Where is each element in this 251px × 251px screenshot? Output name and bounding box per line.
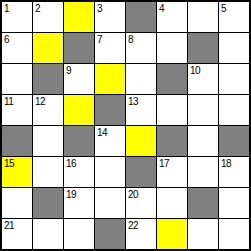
block-cell-r4c4 xyxy=(95,95,125,125)
open-cell-r5c4[interactable]: 14 xyxy=(95,126,125,156)
open-cell-r7c8[interactable] xyxy=(219,188,249,218)
clue-number-8: 8 xyxy=(128,34,133,45)
highlighted-cell-r6c1[interactable]: 15 xyxy=(2,157,32,187)
clue-number-10: 10 xyxy=(190,65,200,76)
open-cell-r5c2[interactable] xyxy=(33,126,63,156)
clue-number-2: 2 xyxy=(35,3,40,14)
clue-number-20: 20 xyxy=(128,189,138,200)
clue-number-14: 14 xyxy=(97,127,107,138)
clue-number-19: 19 xyxy=(66,189,76,200)
clue-number-18: 18 xyxy=(221,158,231,169)
open-cell-r8c3[interactable] xyxy=(64,219,94,249)
clue-number-16: 16 xyxy=(66,158,76,169)
open-cell-r6c2[interactable] xyxy=(33,157,63,187)
clue-number-3: 3 xyxy=(97,3,102,14)
block-cell-r2c3 xyxy=(64,33,94,63)
clue-number-15: 15 xyxy=(4,158,14,169)
block-cell-r5c8 xyxy=(219,126,249,156)
clue-number-12: 12 xyxy=(35,96,45,107)
open-cell-r8c1[interactable]: 21 xyxy=(2,219,32,249)
open-cell-r4c6[interactable] xyxy=(157,95,187,125)
open-cell-r4c5[interactable]: 13 xyxy=(126,95,156,125)
clue-number-9: 9 xyxy=(66,65,71,76)
clue-number-11: 11 xyxy=(4,96,13,107)
open-cell-r2c4[interactable]: 7 xyxy=(95,33,125,63)
clue-number-22: 22 xyxy=(128,220,138,231)
open-cell-r7c3[interactable]: 19 xyxy=(64,188,94,218)
clue-number-4: 4 xyxy=(159,3,164,14)
open-cell-r2c8[interactable] xyxy=(219,33,249,63)
open-cell-r7c4[interactable] xyxy=(95,188,125,218)
open-cell-r7c5[interactable]: 20 xyxy=(126,188,156,218)
clue-number-17: 17 xyxy=(159,158,169,169)
open-cell-r1c1[interactable]: 1 xyxy=(2,2,32,32)
block-cell-r1c5 xyxy=(126,2,156,32)
block-cell-r3c6 xyxy=(157,64,187,94)
block-cell-r6c5 xyxy=(126,157,156,187)
highlighted-cell-r1c3[interactable] xyxy=(64,2,94,32)
crossword-board: 12345678910111213141516171819202122 xyxy=(0,0,251,251)
open-cell-r2c6[interactable] xyxy=(157,33,187,63)
highlighted-cell-r4c3[interactable] xyxy=(64,95,94,125)
block-cell-r8c4 xyxy=(95,219,125,249)
open-cell-r8c8[interactable] xyxy=(219,219,249,249)
open-cell-r4c7[interactable] xyxy=(188,95,218,125)
open-cell-r2c5[interactable]: 8 xyxy=(126,33,156,63)
open-cell-r8c2[interactable] xyxy=(33,219,63,249)
block-cell-r5c3 xyxy=(64,126,94,156)
block-cell-r2c7 xyxy=(188,33,218,63)
open-cell-r1c6[interactable]: 4 xyxy=(157,2,187,32)
open-cell-r8c5[interactable]: 22 xyxy=(126,219,156,249)
open-cell-r6c8[interactable]: 18 xyxy=(219,157,249,187)
open-cell-r3c3[interactable]: 9 xyxy=(64,64,94,94)
clue-number-13: 13 xyxy=(128,96,138,107)
block-cell-r7c7 xyxy=(188,188,218,218)
open-cell-r1c7[interactable] xyxy=(188,2,218,32)
block-cell-r3c2 xyxy=(33,64,63,94)
clue-number-1: 1 xyxy=(4,3,9,14)
open-cell-r4c2[interactable]: 12 xyxy=(33,95,63,125)
clue-number-5: 5 xyxy=(221,3,226,14)
open-cell-r1c2[interactable]: 2 xyxy=(33,2,63,32)
open-cell-r5c7[interactable] xyxy=(188,126,218,156)
open-cell-r7c6[interactable] xyxy=(157,188,187,218)
open-cell-r7c1[interactable] xyxy=(2,188,32,218)
open-cell-r4c1[interactable]: 11 xyxy=(2,95,32,125)
block-cell-r5c1 xyxy=(2,126,32,156)
open-cell-r2c1[interactable]: 6 xyxy=(2,33,32,63)
clue-number-7: 7 xyxy=(97,34,102,45)
open-cell-r6c6[interactable]: 17 xyxy=(157,157,187,187)
clue-number-6: 6 xyxy=(4,34,9,45)
highlighted-cell-r5c5[interactable] xyxy=(126,126,156,156)
open-cell-r6c3[interactable]: 16 xyxy=(64,157,94,187)
open-cell-r6c7[interactable] xyxy=(188,157,218,187)
open-cell-r3c5[interactable] xyxy=(126,64,156,94)
clue-number-21: 21 xyxy=(4,220,14,231)
open-cell-r1c4[interactable]: 3 xyxy=(95,2,125,32)
highlighted-cell-r2c2[interactable] xyxy=(33,33,63,63)
open-cell-r8c7[interactable] xyxy=(188,219,218,249)
open-cell-r3c7[interactable]: 10 xyxy=(188,64,218,94)
open-cell-r4c8[interactable] xyxy=(219,95,249,125)
open-cell-r3c1[interactable] xyxy=(2,64,32,94)
block-cell-r7c2 xyxy=(33,188,63,218)
block-cell-r5c6 xyxy=(157,126,187,156)
highlighted-cell-r3c4[interactable] xyxy=(95,64,125,94)
open-cell-r3c8[interactable] xyxy=(219,64,249,94)
open-cell-r1c8[interactable]: 5 xyxy=(219,2,249,32)
highlighted-cell-r8c6[interactable] xyxy=(157,219,187,249)
open-cell-r6c4[interactable] xyxy=(95,157,125,187)
